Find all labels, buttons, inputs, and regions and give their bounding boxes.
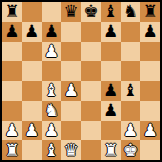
square-a6[interactable] — [2, 42, 22, 62]
white-pawn[interactable]: ♟ — [4, 122, 19, 139]
black-knight[interactable]: ♞ — [123, 3, 138, 20]
square-h5[interactable] — [140, 61, 160, 81]
square-c3[interactable]: ♞ — [42, 101, 62, 121]
square-e4[interactable] — [81, 81, 101, 101]
square-b4[interactable] — [22, 81, 42, 101]
black-rook[interactable]: ♜ — [4, 3, 19, 20]
square-a4[interactable] — [2, 81, 22, 101]
white-pawn[interactable]: ♟ — [143, 122, 158, 139]
black-pawn[interactable]: ♟ — [103, 102, 118, 119]
square-e5[interactable] — [81, 61, 101, 81]
square-c7[interactable]: ♟ — [42, 22, 62, 42]
white-pawn[interactable]: ♟ — [64, 82, 79, 99]
black-queen[interactable]: ♛ — [64, 3, 79, 20]
black-rook[interactable]: ♜ — [143, 3, 158, 20]
white-pawn[interactable]: ♟ — [44, 122, 59, 139]
square-h4[interactable] — [140, 81, 160, 101]
black-pawn[interactable]: ♟ — [103, 82, 118, 99]
white-pawn[interactable]: ♟ — [24, 122, 39, 139]
square-c2[interactable]: ♟ — [42, 121, 62, 141]
square-d5[interactable] — [61, 61, 81, 81]
square-b2[interactable]: ♟ — [22, 121, 42, 141]
white-king[interactable]: ♚ — [123, 142, 138, 159]
square-h1[interactable] — [140, 140, 160, 160]
square-b1[interactable] — [22, 140, 42, 160]
square-g2[interactable]: ♟ — [121, 121, 141, 141]
square-c1[interactable]: ♝ — [42, 140, 62, 160]
square-d2[interactable] — [61, 121, 81, 141]
square-f5[interactable] — [101, 61, 121, 81]
square-g5[interactable] — [121, 61, 141, 81]
square-f1[interactable]: ♜ — [101, 140, 121, 160]
white-rook[interactable]: ♜ — [4, 142, 19, 159]
square-b6[interactable] — [22, 42, 42, 62]
square-f2[interactable] — [101, 121, 121, 141]
square-d4[interactable]: ♟ — [61, 81, 81, 101]
square-f7[interactable]: ♟ — [101, 22, 121, 42]
square-b8[interactable] — [22, 2, 42, 22]
chess-board: ♜♛♚♝♞♜♟♟♟♟♟♟♝♟♟♝♞♟♟♟♟♟♟♜♝♛♜♚ — [0, 0, 162, 162]
black-pawn[interactable]: ♟ — [103, 23, 118, 40]
square-g3[interactable] — [121, 101, 141, 121]
black-pawn[interactable]: ♟ — [44, 23, 59, 40]
square-h7[interactable]: ♟ — [140, 22, 160, 42]
square-d6[interactable] — [61, 42, 81, 62]
square-b5[interactable] — [22, 61, 42, 81]
black-pawn[interactable]: ♟ — [143, 23, 158, 40]
square-e8[interactable]: ♚ — [81, 2, 101, 22]
square-a8[interactable]: ♜ — [2, 2, 22, 22]
square-a1[interactable]: ♜ — [2, 140, 22, 160]
white-pawn[interactable]: ♟ — [123, 122, 138, 139]
square-c5[interactable] — [42, 61, 62, 81]
square-e3[interactable] — [81, 101, 101, 121]
square-f6[interactable] — [101, 42, 121, 62]
square-a7[interactable]: ♟ — [2, 22, 22, 42]
square-b3[interactable] — [22, 101, 42, 121]
square-c8[interactable] — [42, 2, 62, 22]
square-h3[interactable] — [140, 101, 160, 121]
square-a2[interactable]: ♟ — [2, 121, 22, 141]
square-g7[interactable] — [121, 22, 141, 42]
square-b7[interactable]: ♟ — [22, 22, 42, 42]
square-g6[interactable] — [121, 42, 141, 62]
square-f3[interactable]: ♟ — [101, 101, 121, 121]
square-f8[interactable]: ♝ — [101, 2, 121, 22]
square-g8[interactable]: ♞ — [121, 2, 141, 22]
square-g1[interactable]: ♚ — [121, 140, 141, 160]
square-d7[interactable] — [61, 22, 81, 42]
white-rook[interactable]: ♜ — [103, 142, 118, 159]
black-pawn[interactable]: ♟ — [4, 23, 19, 40]
square-e2[interactable] — [81, 121, 101, 141]
white-queen[interactable]: ♛ — [64, 142, 79, 159]
square-a5[interactable] — [2, 61, 22, 81]
white-bishop[interactable]: ♝ — [44, 142, 59, 159]
black-bishop[interactable]: ♝ — [123, 82, 138, 99]
square-g4[interactable]: ♝ — [121, 81, 141, 101]
black-bishop[interactable]: ♝ — [103, 3, 118, 20]
square-d3[interactable] — [61, 101, 81, 121]
square-a3[interactable] — [2, 101, 22, 121]
square-d8[interactable]: ♛ — [61, 2, 81, 22]
square-e7[interactable] — [81, 22, 101, 42]
square-e1[interactable] — [81, 140, 101, 160]
square-c4[interactable]: ♝ — [42, 81, 62, 101]
square-c6[interactable]: ♟ — [42, 42, 62, 62]
square-h6[interactable] — [140, 42, 160, 62]
white-bishop[interactable]: ♝ — [44, 82, 59, 99]
square-h8[interactable]: ♜ — [140, 2, 160, 22]
square-d1[interactable]: ♛ — [61, 140, 81, 160]
square-e6[interactable] — [81, 42, 101, 62]
white-knight[interactable]: ♞ — [44, 102, 59, 119]
black-pawn[interactable]: ♟ — [24, 23, 39, 40]
square-f4[interactable]: ♟ — [101, 81, 121, 101]
square-h2[interactable]: ♟ — [140, 121, 160, 141]
white-pawn[interactable]: ♟ — [44, 43, 59, 60]
black-king[interactable]: ♚ — [83, 3, 98, 20]
